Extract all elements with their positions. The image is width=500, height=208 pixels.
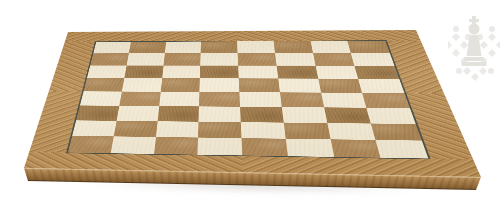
square-a1 [68, 136, 114, 153]
square-c7 [163, 53, 201, 65]
square-b3 [116, 106, 158, 121]
square-d7 [200, 53, 238, 65]
square-c8 [164, 42, 201, 54]
chess-emblem-watermark-icon [448, 16, 500, 82]
square-b7 [126, 53, 164, 65]
square-f8 [273, 41, 312, 53]
square-h2 [371, 123, 422, 140]
square-a2 [72, 120, 116, 136]
square-a6 [87, 65, 126, 78]
square-d8 [201, 41, 238, 53]
square-f1 [286, 139, 334, 157]
square-a3 [76, 105, 119, 120]
square-e4 [239, 92, 281, 107]
square-c3 [157, 106, 199, 122]
square-b5 [122, 78, 162, 92]
square-h1 [376, 140, 429, 159]
square-e3 [240, 107, 283, 123]
square-a8 [93, 42, 130, 54]
square-f4 [280, 92, 324, 107]
square-e2 [241, 122, 286, 139]
square-g6 [315, 65, 358, 78]
square-g3 [324, 107, 371, 123]
square-f5 [278, 79, 321, 93]
square-h8 [348, 41, 390, 53]
square-g5 [318, 79, 362, 93]
square-h7 [351, 53, 394, 66]
square-g1 [330, 139, 380, 157]
square-f3 [282, 107, 327, 123]
square-b2 [114, 121, 158, 137]
square-d4 [199, 92, 240, 107]
square-h4 [362, 93, 410, 108]
square-g8 [310, 41, 351, 53]
square-a4 [80, 91, 122, 105]
square-e5 [239, 78, 280, 92]
square-b4 [119, 92, 160, 106]
square-h3 [366, 108, 415, 124]
square-c2 [156, 121, 199, 138]
product-photo-canvas [0, 0, 500, 208]
square-c4 [159, 92, 200, 107]
square-e8 [237, 41, 275, 53]
square-e7 [238, 53, 277, 65]
square-d3 [199, 106, 241, 122]
playing-field [66, 40, 431, 159]
square-g4 [321, 93, 367, 108]
square-f6 [276, 65, 317, 78]
square-b6 [124, 65, 163, 78]
square-b1 [110, 136, 155, 153]
square-g7 [313, 53, 355, 66]
square-c5 [160, 78, 200, 92]
square-h6 [355, 66, 400, 79]
square-f7 [275, 53, 315, 66]
chess-board [24, 30, 481, 177]
square-d5 [200, 78, 240, 92]
square-d2 [198, 122, 241, 139]
square-g2 [327, 123, 376, 140]
square-b8 [129, 42, 166, 54]
square-a7 [90, 53, 128, 65]
square-d6 [200, 65, 239, 78]
square-e1 [242, 138, 288, 156]
square-c6 [162, 65, 201, 78]
square-c1 [154, 137, 198, 155]
square-h5 [358, 79, 404, 93]
square-d1 [198, 138, 243, 156]
square-e6 [238, 65, 278, 78]
square-f2 [283, 122, 330, 139]
square-a5 [84, 78, 125, 92]
